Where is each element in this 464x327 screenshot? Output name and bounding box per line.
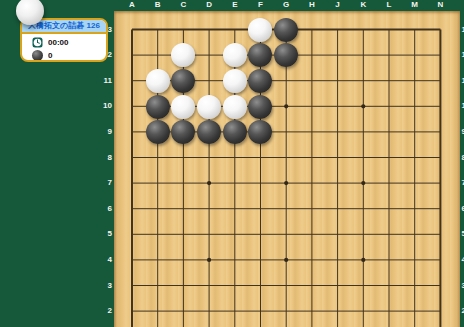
stone-white-D10 xyxy=(197,95,221,119)
stone-black-G12 xyxy=(274,43,298,67)
intersection-B5[interactable] xyxy=(145,222,171,248)
intersection-M13[interactable] xyxy=(402,17,428,43)
intersection-N12[interactable] xyxy=(427,43,453,69)
captures-value: 0 xyxy=(48,51,52,60)
intersection-E7[interactable] xyxy=(222,171,248,197)
intersection-E2[interactable] xyxy=(222,299,248,325)
intersection-N9[interactable] xyxy=(427,119,453,145)
col-label-C: C xyxy=(173,0,193,10)
intersection-J11[interactable] xyxy=(325,68,351,94)
intersection-H7[interactable] xyxy=(299,171,325,197)
intersection-C11[interactable] xyxy=(170,68,196,94)
intersection-F4[interactable] xyxy=(247,247,273,273)
intersection-D5[interactable] xyxy=(196,222,222,248)
col-label-N: N xyxy=(430,0,450,10)
intersection-J4[interactable] xyxy=(325,247,351,273)
intersection-L6[interactable] xyxy=(376,196,402,222)
intersection-E9[interactable] xyxy=(222,119,248,145)
stone-white-C10 xyxy=(171,95,195,119)
stone-black-F12 xyxy=(248,43,272,67)
intersection-D8[interactable] xyxy=(196,145,222,171)
intersection-L2[interactable] xyxy=(376,299,402,325)
intersection-G4[interactable] xyxy=(273,247,299,273)
clock-icon xyxy=(32,37,43,48)
intersection-H9[interactable] xyxy=(299,119,325,145)
intersection-K10[interactable] xyxy=(350,94,376,120)
row-label-left-2: 2 xyxy=(90,306,112,316)
intersection-B2[interactable] xyxy=(145,299,171,325)
intersection-N5[interactable] xyxy=(427,222,453,248)
col-label-K: K xyxy=(353,0,373,10)
col-label-D: D xyxy=(199,0,219,10)
intersection-A12[interactable] xyxy=(119,43,145,69)
intersection-K8[interactable] xyxy=(350,145,376,171)
stone-black-F11 xyxy=(248,69,272,93)
intersection-H5[interactable] xyxy=(299,222,325,248)
intersection-A3[interactable] xyxy=(119,273,145,299)
intersection-J2[interactable] xyxy=(325,299,351,325)
intersection-F10[interactable] xyxy=(247,94,273,120)
intersection-G7[interactable] xyxy=(273,171,299,197)
intersection-N10[interactable] xyxy=(427,94,453,120)
intersection-F5[interactable] xyxy=(247,222,273,248)
intersection-F12[interactable] xyxy=(247,43,273,69)
board-intersections xyxy=(119,17,453,327)
intersection-N3[interactable] xyxy=(427,273,453,299)
intersection-D13[interactable] xyxy=(196,17,222,43)
intersection-H10[interactable] xyxy=(299,94,325,120)
row-label-left-6: 6 xyxy=(90,204,112,214)
intersection-K11[interactable] xyxy=(350,68,376,94)
stone-black-E9 xyxy=(223,120,247,144)
intersection-M12[interactable] xyxy=(402,43,428,69)
stone-black-D9 xyxy=(197,120,221,144)
intersection-B13[interactable] xyxy=(145,17,171,43)
stone-black-F9 xyxy=(248,120,272,144)
intersection-M7[interactable] xyxy=(402,171,428,197)
intersection-K7[interactable] xyxy=(350,171,376,197)
intersection-H12[interactable] xyxy=(299,43,325,69)
intersection-A5[interactable] xyxy=(119,222,145,248)
intersection-G6[interactable] xyxy=(273,196,299,222)
intersection-N11[interactable] xyxy=(427,68,453,94)
captures-row: 0 xyxy=(22,49,106,62)
stone-black-B9 xyxy=(146,120,170,144)
row-label-left-11: 11 xyxy=(90,76,112,86)
intersection-N6[interactable] xyxy=(427,196,453,222)
intersection-F3[interactable] xyxy=(247,273,273,299)
intersection-N13[interactable] xyxy=(427,17,453,43)
col-label-B: B xyxy=(148,0,168,10)
intersection-L7[interactable] xyxy=(376,171,402,197)
intersection-E4[interactable] xyxy=(222,247,248,273)
intersection-G8[interactable] xyxy=(273,145,299,171)
intersection-H13[interactable] xyxy=(299,17,325,43)
intersection-A9[interactable] xyxy=(119,119,145,145)
intersection-H11[interactable] xyxy=(299,68,325,94)
intersection-C2[interactable] xyxy=(170,299,196,325)
col-label-M: M xyxy=(405,0,425,10)
intersection-D12[interactable] xyxy=(196,43,222,69)
intersection-D4[interactable] xyxy=(196,247,222,273)
row-label-left-9: 9 xyxy=(90,127,112,137)
intersection-G2[interactable] xyxy=(273,299,299,325)
intersection-D2[interactable] xyxy=(196,299,222,325)
intersection-E3[interactable] xyxy=(222,273,248,299)
intersection-A8[interactable] xyxy=(119,145,145,171)
intersection-E5[interactable] xyxy=(222,222,248,248)
intersection-L13[interactable] xyxy=(376,17,402,43)
intersection-K5[interactable] xyxy=(350,222,376,248)
row-label-left-5: 5 xyxy=(90,229,112,239)
go-board[interactable] xyxy=(114,11,460,327)
intersection-F11[interactable] xyxy=(247,68,273,94)
intersection-M6[interactable] xyxy=(402,196,428,222)
intersection-G3[interactable] xyxy=(273,273,299,299)
intersection-A6[interactable] xyxy=(119,196,145,222)
intersection-A2[interactable] xyxy=(119,299,145,325)
intersection-L11[interactable] xyxy=(376,68,402,94)
intersection-K12[interactable] xyxy=(350,43,376,69)
intersection-L10[interactable] xyxy=(376,94,402,120)
intersection-M9[interactable] xyxy=(402,119,428,145)
intersection-C10[interactable] xyxy=(170,94,196,120)
intersection-A7[interactable] xyxy=(119,171,145,197)
intersection-H3[interactable] xyxy=(299,273,325,299)
intersection-L8[interactable] xyxy=(376,145,402,171)
stone-white-B11 xyxy=(146,69,170,93)
intersection-D11[interactable] xyxy=(196,68,222,94)
intersection-F2[interactable] xyxy=(247,299,273,325)
intersection-G12[interactable] xyxy=(273,43,299,69)
stone-black-C11 xyxy=(171,69,195,93)
intersection-M8[interactable] xyxy=(402,145,428,171)
intersection-F8[interactable] xyxy=(247,145,273,171)
intersection-G10[interactable] xyxy=(273,94,299,120)
intersection-C12[interactable] xyxy=(170,43,196,69)
stone-white-E12 xyxy=(223,43,247,67)
intersection-M4[interactable] xyxy=(402,247,428,273)
intersection-C13[interactable] xyxy=(170,17,196,43)
intersection-B8[interactable] xyxy=(145,145,171,171)
col-label-J: J xyxy=(328,0,348,10)
intersection-F6[interactable] xyxy=(247,196,273,222)
intersection-M2[interactable] xyxy=(402,299,428,325)
intersection-M10[interactable] xyxy=(402,94,428,120)
row-label-left-10: 10 xyxy=(90,101,112,111)
intersection-K3[interactable] xyxy=(350,273,376,299)
intersection-B6[interactable] xyxy=(145,196,171,222)
intersection-L5[interactable] xyxy=(376,222,402,248)
intersection-G9[interactable] xyxy=(273,119,299,145)
intersection-A10[interactable] xyxy=(119,94,145,120)
intersection-K4[interactable] xyxy=(350,247,376,273)
intersection-E6[interactable] xyxy=(222,196,248,222)
intersection-C7[interactable] xyxy=(170,171,196,197)
stone-black-B10 xyxy=(146,95,170,119)
intersection-E8[interactable] xyxy=(222,145,248,171)
intersection-J13[interactable] xyxy=(325,17,351,43)
intersection-D6[interactable] xyxy=(196,196,222,222)
timer-row: 00:00 xyxy=(22,36,106,49)
intersection-L3[interactable] xyxy=(376,273,402,299)
intersection-D10[interactable] xyxy=(196,94,222,120)
intersection-F13[interactable] xyxy=(247,17,273,43)
intersection-K9[interactable] xyxy=(350,119,376,145)
intersection-J10[interactable] xyxy=(325,94,351,120)
intersection-J12[interactable] xyxy=(325,43,351,69)
intersection-C8[interactable] xyxy=(170,145,196,171)
intersection-C6[interactable] xyxy=(170,196,196,222)
intersection-C3[interactable] xyxy=(170,273,196,299)
intersection-H6[interactable] xyxy=(299,196,325,222)
intersection-G11[interactable] xyxy=(273,68,299,94)
intersection-L9[interactable] xyxy=(376,119,402,145)
stone-white-C12 xyxy=(171,43,195,67)
stone-black-F10 xyxy=(248,95,272,119)
intersection-C9[interactable] xyxy=(170,119,196,145)
intersection-B4[interactable] xyxy=(145,247,171,273)
intersection-A11[interactable] xyxy=(119,68,145,94)
intersection-J6[interactable] xyxy=(325,196,351,222)
stone-black-G13 xyxy=(274,18,298,42)
intersection-C5[interactable] xyxy=(170,222,196,248)
intersection-A13[interactable] xyxy=(119,17,145,43)
intersection-D9[interactable] xyxy=(196,119,222,145)
intersection-E13[interactable] xyxy=(222,17,248,43)
intersection-M3[interactable] xyxy=(402,273,428,299)
timer-value: 00:00 xyxy=(48,38,68,47)
intersection-N4[interactable] xyxy=(427,247,453,273)
black-stone-icon xyxy=(32,50,43,61)
col-label-H: H xyxy=(302,0,322,10)
intersection-E10[interactable] xyxy=(222,94,248,120)
intersection-L4[interactable] xyxy=(376,247,402,273)
intersection-B12[interactable] xyxy=(145,43,171,69)
row-label-left-3: 3 xyxy=(90,281,112,291)
stone-white-E10 xyxy=(223,95,247,119)
intersection-L12[interactable] xyxy=(376,43,402,69)
intersection-C4[interactable] xyxy=(170,247,196,273)
intersection-H8[interactable] xyxy=(299,145,325,171)
row-label-left-8: 8 xyxy=(90,153,112,163)
intersection-B11[interactable] xyxy=(145,68,171,94)
intersection-B9[interactable] xyxy=(145,119,171,145)
row-label-left-4: 4 xyxy=(90,255,112,265)
col-label-G: G xyxy=(276,0,296,10)
intersection-K13[interactable] xyxy=(350,17,376,43)
intersection-J3[interactable] xyxy=(325,273,351,299)
intersection-E11[interactable] xyxy=(222,68,248,94)
intersection-K2[interactable] xyxy=(350,299,376,325)
intersection-K6[interactable] xyxy=(350,196,376,222)
intersection-H4[interactable] xyxy=(299,247,325,273)
intersection-D7[interactable] xyxy=(196,171,222,197)
intersection-M11[interactable] xyxy=(402,68,428,94)
intersection-J8[interactable] xyxy=(325,145,351,171)
intersection-G5[interactable] xyxy=(273,222,299,248)
intersection-F9[interactable] xyxy=(247,119,273,145)
col-label-L: L xyxy=(379,0,399,10)
intersection-M5[interactable] xyxy=(402,222,428,248)
intersection-N7[interactable] xyxy=(427,171,453,197)
stone-white-F13 xyxy=(248,18,272,42)
intersection-H2[interactable] xyxy=(299,299,325,325)
intersection-J5[interactable] xyxy=(325,222,351,248)
intersection-F7[interactable] xyxy=(247,171,273,197)
stone-black-C9 xyxy=(171,120,195,144)
col-label-E: E xyxy=(225,0,245,10)
intersection-B10[interactable] xyxy=(145,94,171,120)
intersection-E12[interactable] xyxy=(222,43,248,69)
intersection-B7[interactable] xyxy=(145,171,171,197)
intersection-G13[interactable] xyxy=(273,17,299,43)
stone-white-E11 xyxy=(223,69,247,93)
intersection-N2[interactable] xyxy=(427,299,453,325)
intersection-J9[interactable] xyxy=(325,119,351,145)
intersection-B3[interactable] xyxy=(145,273,171,299)
intersection-N8[interactable] xyxy=(427,145,453,171)
intersection-D3[interactable] xyxy=(196,273,222,299)
panel-body: 00:00 0 xyxy=(22,34,106,62)
intersection-A4[interactable] xyxy=(119,247,145,273)
col-label-A: A xyxy=(122,0,142,10)
row-label-left-7: 7 xyxy=(90,178,112,188)
intersection-J7[interactable] xyxy=(325,171,351,197)
col-label-F: F xyxy=(251,0,271,10)
